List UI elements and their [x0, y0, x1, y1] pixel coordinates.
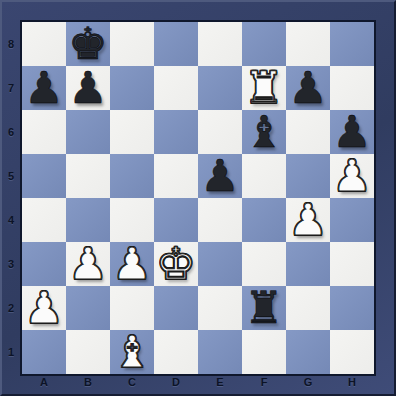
- square-b5[interactable]: [66, 154, 110, 198]
- rank-label-8: 8: [2, 22, 20, 66]
- square-b2[interactable]: [66, 286, 110, 330]
- file-label-a: A: [22, 372, 66, 392]
- white-rook-f7[interactable]: ♜: [244, 66, 283, 110]
- square-g8[interactable]: [286, 22, 330, 66]
- square-c4[interactable]: [110, 198, 154, 242]
- square-d2[interactable]: [154, 286, 198, 330]
- black-bishop-f6[interactable]: ♝: [244, 110, 283, 154]
- square-a4[interactable]: [22, 198, 66, 242]
- square-f6[interactable]: ♝: [242, 110, 286, 154]
- square-g4[interactable]: ♟: [286, 198, 330, 242]
- square-a5[interactable]: [22, 154, 66, 198]
- black-pawn-e5[interactable]: ♟: [200, 154, 239, 198]
- square-g7[interactable]: ♟: [286, 66, 330, 110]
- black-pawn-h6[interactable]: ♟: [332, 110, 371, 154]
- square-f5[interactable]: [242, 154, 286, 198]
- square-f8[interactable]: [242, 22, 286, 66]
- square-e4[interactable]: [198, 198, 242, 242]
- square-h2[interactable]: [330, 286, 374, 330]
- file-label-f: F: [242, 372, 286, 392]
- square-a7[interactable]: ♟: [22, 66, 66, 110]
- file-labels: ABCDEFGH: [22, 372, 374, 392]
- square-c6[interactable]: [110, 110, 154, 154]
- square-e3[interactable]: [198, 242, 242, 286]
- file-label-h: H: [330, 372, 374, 392]
- rank-label-7: 7: [2, 66, 20, 110]
- square-h4[interactable]: [330, 198, 374, 242]
- square-e8[interactable]: [198, 22, 242, 66]
- square-c1[interactable]: ♝: [110, 330, 154, 374]
- square-d3[interactable]: ♚: [154, 242, 198, 286]
- rank-label-5: 5: [2, 154, 20, 198]
- square-a6[interactable]: [22, 110, 66, 154]
- square-f4[interactable]: [242, 198, 286, 242]
- square-h1[interactable]: [330, 330, 374, 374]
- black-rook-f2[interactable]: ♜: [244, 286, 283, 330]
- square-e5[interactable]: ♟: [198, 154, 242, 198]
- square-f3[interactable]: [242, 242, 286, 286]
- square-b1[interactable]: [66, 330, 110, 374]
- square-h8[interactable]: [330, 22, 374, 66]
- square-d1[interactable]: [154, 330, 198, 374]
- square-a3[interactable]: [22, 242, 66, 286]
- file-label-c: C: [110, 372, 154, 392]
- square-d4[interactable]: [154, 198, 198, 242]
- square-c2[interactable]: [110, 286, 154, 330]
- white-pawn-b3[interactable]: ♟: [68, 242, 107, 286]
- square-g2[interactable]: [286, 286, 330, 330]
- white-bishop-c1[interactable]: ♝: [112, 330, 151, 374]
- square-f2[interactable]: ♜: [242, 286, 286, 330]
- square-c8[interactable]: [110, 22, 154, 66]
- square-d7[interactable]: [154, 66, 198, 110]
- square-f7[interactable]: ♜: [242, 66, 286, 110]
- square-g1[interactable]: [286, 330, 330, 374]
- rank-label-4: 4: [2, 198, 20, 242]
- square-c3[interactable]: ♟: [110, 242, 154, 286]
- black-pawn-a7[interactable]: ♟: [24, 66, 63, 110]
- black-pawn-b7[interactable]: ♟: [68, 66, 107, 110]
- white-king-d3[interactable]: ♚: [156, 242, 195, 286]
- file-label-d: D: [154, 372, 198, 392]
- square-c5[interactable]: [110, 154, 154, 198]
- square-b4[interactable]: [66, 198, 110, 242]
- square-g5[interactable]: [286, 154, 330, 198]
- white-pawn-g4[interactable]: ♟: [288, 198, 327, 242]
- square-g6[interactable]: [286, 110, 330, 154]
- square-h7[interactable]: [330, 66, 374, 110]
- square-a2[interactable]: ♟: [22, 286, 66, 330]
- rank-label-2: 2: [2, 286, 20, 330]
- white-pawn-a2[interactable]: ♟: [24, 286, 63, 330]
- white-pawn-c3[interactable]: ♟: [112, 242, 151, 286]
- rank-label-3: 3: [2, 242, 20, 286]
- square-d6[interactable]: [154, 110, 198, 154]
- square-h5[interactable]: ♟: [330, 154, 374, 198]
- square-e1[interactable]: [198, 330, 242, 374]
- square-h3[interactable]: [330, 242, 374, 286]
- black-pawn-g7[interactable]: ♟: [288, 66, 327, 110]
- square-e6[interactable]: [198, 110, 242, 154]
- square-c7[interactable]: [110, 66, 154, 110]
- square-b6[interactable]: [66, 110, 110, 154]
- square-b7[interactable]: ♟: [66, 66, 110, 110]
- square-d8[interactable]: [154, 22, 198, 66]
- square-g3[interactable]: [286, 242, 330, 286]
- square-a1[interactable]: [22, 330, 66, 374]
- square-f1[interactable]: [242, 330, 286, 374]
- rank-label-1: 1: [2, 330, 20, 374]
- square-a8[interactable]: [22, 22, 66, 66]
- rank-labels: 87654321: [2, 22, 20, 374]
- square-e7[interactable]: [198, 66, 242, 110]
- chess-board[interactable]: ♚♟♟♜♟♝♟♟♟♟♟♟♚♟♜♝: [20, 20, 376, 376]
- chess-board-frame: 87654321 ♚♟♟♜♟♝♟♟♟♟♟♟♚♟♜♝ ABCDEFGH: [0, 0, 396, 396]
- rank-label-6: 6: [2, 110, 20, 154]
- square-b3[interactable]: ♟: [66, 242, 110, 286]
- white-pawn-h5[interactable]: ♟: [332, 154, 371, 198]
- black-king-b8[interactable]: ♚: [68, 22, 107, 66]
- file-label-b: B: [66, 372, 110, 392]
- square-b8[interactable]: ♚: [66, 22, 110, 66]
- file-label-g: G: [286, 372, 330, 392]
- square-h6[interactable]: ♟: [330, 110, 374, 154]
- square-d5[interactable]: [154, 154, 198, 198]
- file-label-e: E: [198, 372, 242, 392]
- square-e2[interactable]: [198, 286, 242, 330]
